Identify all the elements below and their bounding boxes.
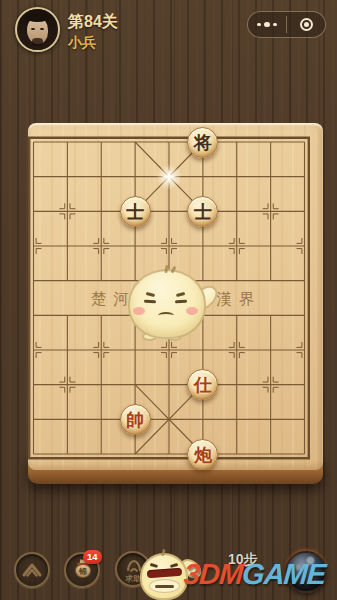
piece-black-将[interactable]: 将 [187, 127, 218, 158]
more-button[interactable] [248, 12, 286, 37]
piece-char: 帥 [121, 405, 150, 434]
more-dots-icon [257, 23, 261, 27]
piece-black-士[interactable]: 士 [187, 196, 218, 227]
bottom-chick-muzzle [149, 579, 180, 593]
avatar-eye-left [31, 28, 35, 30]
board-grid: 楚河漢界 [28, 123, 323, 470]
bottom-chick-eye-band [147, 568, 182, 578]
piece-black-士[interactable]: 士 [120, 196, 151, 227]
river-label-right: 漢界 [216, 290, 261, 307]
board-surface[interactable]: 楚河漢界 将士士仕帥炮 [28, 123, 323, 470]
piece-char: 士 [121, 197, 150, 226]
river-label-left: 楚河 [91, 290, 136, 307]
exit-button[interactable] [287, 12, 325, 37]
level-title: 第84关 [68, 12, 118, 33]
bottom-chick-wing [177, 555, 205, 581]
steps-counter: 10步 [228, 551, 258, 569]
clasped-hands-icon [124, 558, 144, 574]
app-screen: 第84关 小兵 楚河漢界 [0, 0, 337, 600]
piece-char: 士 [188, 197, 217, 226]
avatar-beard [32, 38, 43, 46]
player-avatar[interactable] [15, 7, 60, 52]
hint-count-badge: 14 [83, 550, 102, 564]
rank-label: 小兵 [68, 34, 96, 52]
ask-help-button[interactable]: 求助 [115, 551, 151, 587]
piece-red-帥[interactable]: 帥 [120, 404, 151, 435]
chevron-up-icon [16, 554, 48, 586]
avatar-eye-right [40, 28, 44, 30]
target-circle-icon [300, 18, 313, 31]
wechat-capsule [247, 11, 326, 38]
avatar-fringe [26, 14, 49, 22]
piece-red-炮[interactable]: 炮 [187, 439, 218, 470]
menu-expand-button[interactable] [14, 552, 50, 588]
dark-sphere-button[interactable] [285, 551, 327, 593]
piece-char: 将 [188, 128, 217, 157]
piece-char: 炮 [188, 440, 217, 469]
help-label: 求助 [117, 574, 149, 584]
xiangqi-board[interactable]: 楚河漢界 将士士仕帥炮 [28, 123, 323, 484]
piece-red-仕[interactable]: 仕 [187, 369, 218, 400]
piece-char: 仕 [188, 370, 217, 399]
